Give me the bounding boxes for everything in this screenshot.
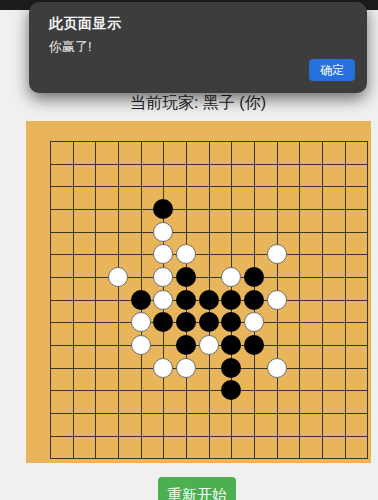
- dialog-title: 此页面显示: [49, 15, 122, 33]
- stone-black: [199, 312, 219, 332]
- stone-white: [153, 267, 173, 287]
- stone-black: [221, 312, 241, 332]
- grid-line-vertical: [367, 141, 368, 459]
- stone-white: [221, 267, 241, 287]
- stone-white: [176, 244, 196, 264]
- stone-black: [176, 335, 196, 355]
- current-player-status: 当前玩家: 黑子 (你): [130, 92, 266, 114]
- stone-black: [131, 290, 151, 310]
- alert-dialog: 此页面显示 你赢了! 确定: [29, 2, 367, 93]
- grid-line-vertical: [345, 141, 346, 459]
- dialog-message: 你赢了!: [49, 38, 92, 56]
- stone-white: [267, 358, 287, 378]
- stone-black: [244, 290, 264, 310]
- stone-white: [108, 267, 128, 287]
- stone-white: [153, 358, 173, 378]
- stone-black: [221, 335, 241, 355]
- stone-black: [176, 290, 196, 310]
- grid-line-horizontal: [50, 390, 368, 391]
- grid-line-vertical: [299, 141, 300, 459]
- stone-black: [153, 312, 173, 332]
- stone-black: [244, 335, 264, 355]
- stone-white: [199, 335, 219, 355]
- stone-white: [153, 222, 173, 242]
- stone-black: [153, 199, 173, 219]
- stone-black: [221, 380, 241, 400]
- grid-line-horizontal: [50, 436, 368, 437]
- grid-line-horizontal: [50, 458, 368, 459]
- stone-white: [267, 290, 287, 310]
- stone-black: [199, 290, 219, 310]
- stone-white: [176, 358, 196, 378]
- stone-white: [153, 290, 173, 310]
- stone-white: [267, 244, 287, 264]
- stone-black: [176, 267, 196, 287]
- stone-white: [244, 312, 264, 332]
- stone-black: [221, 290, 241, 310]
- gomoku-board[interactable]: [26, 121, 371, 463]
- stone-black: [244, 267, 264, 287]
- grid-line-horizontal: [50, 368, 368, 369]
- stone-white: [131, 312, 151, 332]
- stone-black: [221, 358, 241, 378]
- restart-button[interactable]: 重新开始: [158, 477, 236, 500]
- stone-white: [131, 335, 151, 355]
- grid-line-horizontal: [50, 413, 368, 414]
- grid-line-vertical: [322, 141, 323, 459]
- stone-white: [153, 244, 173, 264]
- ok-button[interactable]: 确定: [309, 59, 355, 81]
- stone-black: [176, 312, 196, 332]
